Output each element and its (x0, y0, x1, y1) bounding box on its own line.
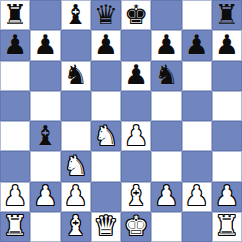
square-d5[interactable] (91, 91, 121, 121)
square-c8[interactable]: ♝ (61, 0, 91, 30)
square-h4[interactable] (212, 121, 242, 151)
square-c7[interactable] (61, 30, 91, 60)
square-c3[interactable]: ♞ (61, 151, 91, 181)
piece-black-pawn[interactable]: ♟ (185, 31, 209, 58)
chess-board: ♜♝♛♚♜♟♟♟♟♟♟♞♟♞♝♞♟♞♟♟♟♝♟♟♟♜♝♛♚♜ (0, 0, 242, 242)
square-b2[interactable]: ♟ (30, 182, 60, 212)
square-d1[interactable]: ♛ (91, 212, 121, 242)
piece-white-pawn[interactable]: ♟ (185, 182, 209, 209)
square-e5[interactable] (121, 91, 151, 121)
piece-black-pawn[interactable]: ♟ (124, 61, 148, 88)
square-c4[interactable] (61, 121, 91, 151)
square-h2[interactable]: ♟ (212, 182, 242, 212)
square-a7[interactable]: ♟ (0, 30, 30, 60)
square-c1[interactable]: ♝ (61, 212, 91, 242)
piece-black-rook[interactable]: ♜ (215, 1, 239, 28)
square-f2[interactable]: ♟ (151, 182, 181, 212)
square-g6[interactable] (182, 61, 212, 91)
piece-black-pawn[interactable]: ♟ (3, 31, 27, 58)
square-d3[interactable] (91, 151, 121, 181)
piece-white-pawn[interactable]: ♟ (3, 182, 27, 209)
square-h1[interactable]: ♜ (212, 212, 242, 242)
square-b1[interactable] (30, 212, 60, 242)
piece-black-pawn[interactable]: ♟ (94, 31, 118, 58)
piece-white-pawn[interactable]: ♟ (215, 182, 239, 209)
square-g1[interactable] (182, 212, 212, 242)
square-f5[interactable] (151, 91, 181, 121)
square-b4[interactable]: ♝ (30, 121, 60, 151)
square-f1[interactable] (151, 212, 181, 242)
piece-black-knight[interactable]: ♞ (64, 61, 88, 88)
square-h6[interactable] (212, 61, 242, 91)
square-b5[interactable] (30, 91, 60, 121)
piece-white-bishop[interactable]: ♝ (64, 212, 88, 239)
square-f4[interactable] (151, 121, 181, 151)
piece-black-pawn[interactable]: ♟ (154, 31, 178, 58)
piece-white-rook[interactable]: ♜ (215, 212, 239, 239)
square-b3[interactable] (30, 151, 60, 181)
square-h3[interactable] (212, 151, 242, 181)
square-a1[interactable]: ♜ (0, 212, 30, 242)
square-c6[interactable]: ♞ (61, 61, 91, 91)
square-e4[interactable]: ♟ (121, 121, 151, 151)
square-a5[interactable] (0, 91, 30, 121)
square-a8[interactable]: ♜ (0, 0, 30, 30)
square-g8[interactable] (182, 0, 212, 30)
square-g5[interactable] (182, 91, 212, 121)
square-f3[interactable] (151, 151, 181, 181)
piece-white-king[interactable]: ♚ (124, 212, 148, 239)
piece-black-king[interactable]: ♚ (124, 1, 148, 28)
square-c2[interactable]: ♟ (61, 182, 91, 212)
square-f8[interactable] (151, 0, 181, 30)
square-h5[interactable] (212, 91, 242, 121)
square-b7[interactable]: ♟ (30, 30, 60, 60)
piece-white-rook[interactable]: ♜ (3, 212, 27, 239)
square-d4[interactable]: ♞ (91, 121, 121, 151)
square-d2[interactable] (91, 182, 121, 212)
square-e2[interactable]: ♝ (121, 182, 151, 212)
chessboard-screenshot: ♜♝♛♚♜♟♟♟♟♟♟♞♟♞♝♞♟♞♟♟♟♝♟♟♟♜♝♛♚♜ (0, 0, 242, 242)
piece-white-pawn[interactable]: ♟ (33, 182, 57, 209)
square-b6[interactable] (30, 61, 60, 91)
square-e7[interactable] (121, 30, 151, 60)
square-a2[interactable]: ♟ (0, 182, 30, 212)
square-d8[interactable]: ♛ (91, 0, 121, 30)
square-a3[interactable] (0, 151, 30, 181)
piece-black-rook[interactable]: ♜ (3, 1, 27, 28)
piece-black-knight[interactable]: ♞ (154, 61, 178, 88)
piece-white-bishop[interactable]: ♝ (124, 182, 148, 209)
square-a4[interactable] (0, 121, 30, 151)
square-d7[interactable]: ♟ (91, 30, 121, 60)
square-e1[interactable]: ♚ (121, 212, 151, 242)
piece-black-pawn[interactable]: ♟ (33, 31, 57, 58)
piece-white-queen[interactable]: ♛ (94, 212, 118, 239)
square-c5[interactable] (61, 91, 91, 121)
square-b8[interactable] (30, 0, 60, 30)
piece-white-knight[interactable]: ♞ (94, 122, 118, 149)
square-f6[interactable]: ♞ (151, 61, 181, 91)
piece-black-pawn[interactable]: ♟ (215, 31, 239, 58)
piece-black-bishop[interactable]: ♝ (33, 122, 57, 149)
square-g2[interactable]: ♟ (182, 182, 212, 212)
square-g4[interactable] (182, 121, 212, 151)
square-e8[interactable]: ♚ (121, 0, 151, 30)
square-g7[interactable]: ♟ (182, 30, 212, 60)
piece-black-queen[interactable]: ♛ (94, 1, 118, 28)
square-d6[interactable] (91, 61, 121, 91)
piece-white-pawn[interactable]: ♟ (154, 182, 178, 209)
square-h7[interactable]: ♟ (212, 30, 242, 60)
square-h8[interactable]: ♜ (212, 0, 242, 30)
piece-white-knight[interactable]: ♞ (64, 152, 88, 179)
square-e6[interactable]: ♟ (121, 61, 151, 91)
square-a6[interactable] (0, 61, 30, 91)
square-f7[interactable]: ♟ (151, 30, 181, 60)
piece-black-bishop[interactable]: ♝ (64, 1, 88, 28)
piece-white-pawn[interactable]: ♟ (124, 122, 148, 149)
square-e3[interactable] (121, 151, 151, 181)
piece-white-pawn[interactable]: ♟ (64, 182, 88, 209)
square-g3[interactable] (182, 151, 212, 181)
